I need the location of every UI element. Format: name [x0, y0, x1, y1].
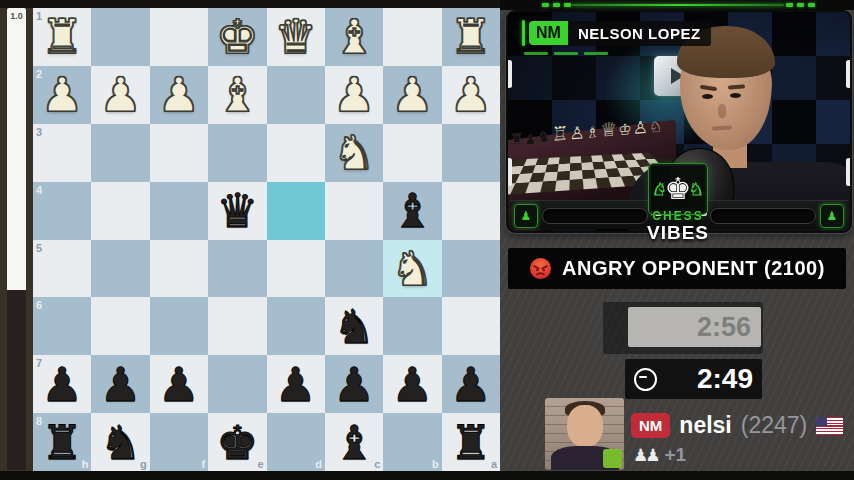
- piece-bB: ♝: [391, 187, 433, 234]
- piece-bP: ♟: [391, 361, 433, 408]
- green-dashes-right: [786, 3, 815, 7]
- piece-bB: ♝: [333, 419, 375, 466]
- square-g1[interactable]: [91, 8, 149, 66]
- us-flag-icon: [816, 417, 843, 435]
- mini-piece: ♘: [649, 119, 662, 135]
- square-h4[interactable]: 4: [33, 182, 91, 240]
- streamer-title-badge: NM: [529, 21, 568, 45]
- square-e4[interactable]: ♛: [208, 182, 266, 240]
- mini-piece: ♗: [586, 125, 599, 141]
- file-label: g: [140, 458, 147, 470]
- rank-label: 2: [36, 68, 42, 80]
- square-b6[interactable]: [383, 297, 441, 355]
- square-f1[interactable]: [150, 8, 208, 66]
- square-d5[interactable]: [267, 240, 325, 298]
- square-d8[interactable]: d: [267, 413, 325, 471]
- square-d6[interactable]: [267, 297, 325, 355]
- square-b2[interactable]: ♟: [383, 66, 441, 124]
- square-g3[interactable]: [91, 124, 149, 182]
- square-f3[interactable]: [150, 124, 208, 182]
- square-a8[interactable]: a♜: [442, 413, 500, 471]
- square-g8[interactable]: g♞: [91, 413, 149, 471]
- square-h1[interactable]: 1♜: [33, 8, 91, 66]
- square-d7[interactable]: ♟: [267, 355, 325, 413]
- square-f5[interactable]: [150, 240, 208, 298]
- piece-wB: ♝: [216, 71, 258, 118]
- piece-wN: ♞: [391, 245, 433, 292]
- frame-notch: [507, 158, 512, 186]
- eval-score: 1.0: [7, 8, 26, 21]
- file-label: e: [257, 458, 263, 470]
- piece-wP: ♟: [391, 71, 433, 118]
- frame-notch: [507, 60, 512, 88]
- piece-wN: ♞: [333, 129, 375, 176]
- piece-wR: ♜: [41, 13, 83, 60]
- square-e5[interactable]: [208, 240, 266, 298]
- mini-piece: ♙: [633, 119, 648, 137]
- square-c5[interactable]: [325, 240, 383, 298]
- mini-piece: ♖: [552, 124, 569, 144]
- square-b3[interactable]: [383, 124, 441, 182]
- no-increment-clock-icon: [634, 368, 657, 391]
- frame-notch: [846, 60, 851, 88]
- file-label: c: [374, 458, 380, 470]
- square-b1[interactable]: [383, 8, 441, 66]
- logo-text-chess: CHESS: [628, 209, 728, 223]
- square-f8[interactable]: f: [150, 413, 208, 471]
- mini-piece: ♞: [537, 129, 550, 145]
- piece-wK: ♚: [216, 13, 258, 60]
- square-h3[interactable]: 3: [33, 124, 91, 182]
- angry-emoji-icon: [529, 257, 552, 280]
- watchers-pawns-icon: ♟♟: [633, 445, 657, 465]
- square-a7[interactable]: ♟: [442, 355, 500, 413]
- square-d3[interactable]: [267, 124, 325, 182]
- evaluation-bar: 1.0: [7, 8, 26, 470]
- square-h7[interactable]: 7♟: [33, 355, 91, 413]
- square-h2[interactable]: 2♟: [33, 66, 91, 124]
- square-d1[interactable]: ♛: [267, 8, 325, 66]
- rank-label: 3: [36, 126, 42, 138]
- mini-piece: ♕: [600, 119, 617, 139]
- piece-bP: ♟: [450, 361, 492, 408]
- piece-wP: ♟: [41, 71, 83, 118]
- square-e3[interactable]: [208, 124, 266, 182]
- piece-wP: ♟: [99, 71, 141, 118]
- file-label: d: [315, 458, 322, 470]
- bottom-edge: [0, 471, 854, 480]
- logo-text-vibes: VIBES: [628, 222, 728, 244]
- opponent-clock-time: 2:56: [628, 307, 761, 347]
- green-accent-line: [572, 4, 784, 6]
- opponent-name-bar: ANGRY OPPONENT (2100): [508, 248, 846, 289]
- piece-bP: ♟: [99, 361, 141, 408]
- streamer-name: NELSON LOPEZ: [568, 21, 711, 46]
- green-accent-bar: [522, 20, 525, 46]
- mini-piece: ♟: [524, 132, 536, 146]
- file-label: b: [432, 458, 439, 470]
- square-c4[interactable]: [325, 182, 383, 240]
- square-f4[interactable]: [150, 182, 208, 240]
- opponent-clock: 2:56: [603, 302, 763, 354]
- opponent-label: ANGRY OPPONENT (2100): [562, 257, 825, 280]
- piece-wQ: ♛: [275, 13, 317, 60]
- piece-bN: ♞: [99, 419, 141, 466]
- piece-wB: ♝: [333, 13, 375, 60]
- square-g4[interactable]: [91, 182, 149, 240]
- piece-bP: ♟: [41, 361, 83, 408]
- piece-wP: ♟: [333, 71, 375, 118]
- eval-gutter: 1.0: [0, 0, 33, 480]
- logo-emblem: ♞ ♚ ♞: [649, 164, 707, 214]
- square-c8[interactable]: c♝: [325, 413, 383, 471]
- piece-bQ: ♛: [216, 187, 258, 234]
- file-label: h: [82, 458, 89, 470]
- square-g5[interactable]: [91, 240, 149, 298]
- rank-label: 5: [36, 242, 42, 254]
- piece-bN: ♞: [333, 303, 375, 350]
- player-title-badge: NM: [631, 413, 670, 438]
- piece-wP: ♟: [158, 71, 200, 118]
- top-edge: [0, 0, 500, 8]
- square-h8[interactable]: 8h♜: [33, 413, 91, 471]
- player-rating: (2247): [741, 412, 807, 439]
- piece-bP: ♟: [333, 361, 375, 408]
- streamer-badge: NM NELSON LOPEZ: [522, 20, 711, 46]
- square-b8[interactable]: b: [383, 413, 441, 471]
- player-name: nelsi: [679, 412, 731, 439]
- square-g2[interactable]: ♟: [91, 66, 149, 124]
- knight-icon: ♞: [652, 181, 667, 198]
- square-b4[interactable]: ♝: [383, 182, 441, 240]
- square-c3[interactable]: ♞: [325, 124, 383, 182]
- square-a5[interactable]: [442, 240, 500, 298]
- square-b5[interactable]: ♞: [383, 240, 441, 298]
- square-e1[interactable]: ♚: [208, 8, 266, 66]
- square-h5[interactable]: 5: [33, 240, 91, 298]
- piece-wR: ♜: [450, 13, 492, 60]
- mini-piece: ♔: [618, 122, 631, 138]
- square-e8[interactable]: e♚: [208, 413, 266, 471]
- square-e6[interactable]: [208, 297, 266, 355]
- piece-bR: ♜: [450, 419, 492, 466]
- chess-vibes-logo: ♞ ♚ ♞ CHESS VIBES: [628, 164, 728, 244]
- square-c2[interactable]: ♟: [325, 66, 383, 124]
- square-a6[interactable]: [442, 297, 500, 355]
- badge-underline-dashes: [524, 52, 608, 55]
- square-g7[interactable]: ♟: [91, 355, 149, 413]
- file-label: a: [491, 458, 497, 470]
- green-dashes-left: [542, 3, 571, 7]
- online-status-badge: [603, 449, 622, 468]
- watchers-count: +1: [664, 444, 686, 466]
- piece-bP: ♟: [158, 361, 200, 408]
- mini-piece: ♙: [570, 124, 585, 142]
- square-a4[interactable]: [442, 182, 500, 240]
- frame-notch: [846, 158, 851, 186]
- square-d4[interactable]: [267, 182, 325, 240]
- square-e2[interactable]: ♝: [208, 66, 266, 124]
- rank-label: 7: [36, 357, 42, 369]
- piece-bR: ♜: [41, 419, 83, 466]
- file-label: f: [201, 458, 205, 470]
- watchers-row: ♟♟ +1: [633, 444, 686, 466]
- mini-piece: ♜: [510, 131, 523, 147]
- rank-label: 8: [36, 415, 42, 427]
- square-d2[interactable]: [267, 66, 325, 124]
- square-a1[interactable]: ♜: [442, 8, 500, 66]
- square-a3[interactable]: [442, 124, 500, 182]
- player-clock: 2:49: [625, 359, 762, 399]
- square-f7[interactable]: ♟: [150, 355, 208, 413]
- player-clock-time: 2:49: [657, 363, 753, 395]
- player-info-row: NM nelsi (2247): [631, 412, 843, 439]
- rank-label: 1: [36, 10, 42, 22]
- square-b7[interactable]: ♟: [383, 355, 441, 413]
- rank-label: 6: [36, 299, 42, 311]
- chess-board[interactable]: 1♜♚♛♝♜2♟♟♟♝♟♟♟3♞4♛♝5♞6♞7♟♟♟♟♟♟♟8h♜g♞fe♚d…: [33, 8, 500, 471]
- knight-icon: ♞: [688, 181, 703, 198]
- square-e7[interactable]: [208, 355, 266, 413]
- square-h6[interactable]: 6: [33, 297, 91, 355]
- piece-bK: ♚: [216, 419, 258, 466]
- square-g6[interactable]: [91, 297, 149, 355]
- piece-wP: ♟: [450, 71, 492, 118]
- eval-white-section: 1.0: [7, 8, 26, 290]
- square-f6[interactable]: [150, 297, 208, 355]
- player-avatar: [545, 398, 624, 470]
- stream-right-panel: ♜♟♞♖♙♗♕♔♙♘ NM NELSON LOPEZ: [500, 0, 854, 480]
- piece-bP: ♟: [275, 361, 317, 408]
- square-f2[interactable]: ♟: [150, 66, 208, 124]
- square-c1[interactable]: ♝: [325, 8, 383, 66]
- square-a2[interactable]: ♟: [442, 66, 500, 124]
- square-c7[interactable]: ♟: [325, 355, 383, 413]
- stream-frame: 1.0 1♜♚♛♝♜2♟♟♟♝♟♟♟3♞4♛♝5♞6♞7♟♟♟♟♟♟♟8h♜g♞…: [0, 0, 854, 480]
- speaker-level-icon: ♟: [820, 204, 844, 228]
- king-icon: ♚: [665, 174, 692, 204]
- square-c6[interactable]: ♞: [325, 297, 383, 355]
- mic-level-icon: ♟: [514, 204, 538, 228]
- rank-label: 4: [36, 184, 42, 196]
